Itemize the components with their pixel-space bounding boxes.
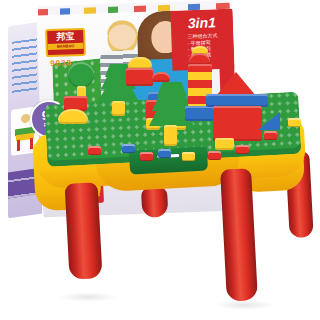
box-3in1-badge: 3in1 三种组合方式 字母拼写 数字学习 积木游戏 [170,9,234,71]
side-panel-text-lines [12,38,37,94]
product-photo: 3in1 三种组合方式 字母拼写 数字学习 积木游戏 邦宝 BANBAO 903… [0,0,320,320]
banbao-logo: 邦宝 BANBAO [45,28,86,57]
model-number: 9038 [50,58,72,68]
play-table [30,85,320,320]
brand-name-en: BANBAO [48,43,84,50]
badge-3in1-text: 3in1 [171,14,234,32]
brand-name-cn: 邦宝 [47,30,83,44]
storage-drawer [129,146,208,174]
combo-options: 字母拼写 数字学习 积木游戏 [172,39,235,59]
drawer-handle [157,154,179,158]
table-leg-front-left [65,182,103,280]
mini-table-leg [17,140,20,151]
child-figure [21,113,30,123]
combo-option: 积木游戏 [188,51,234,59]
table-leg-back-left [141,187,169,218]
